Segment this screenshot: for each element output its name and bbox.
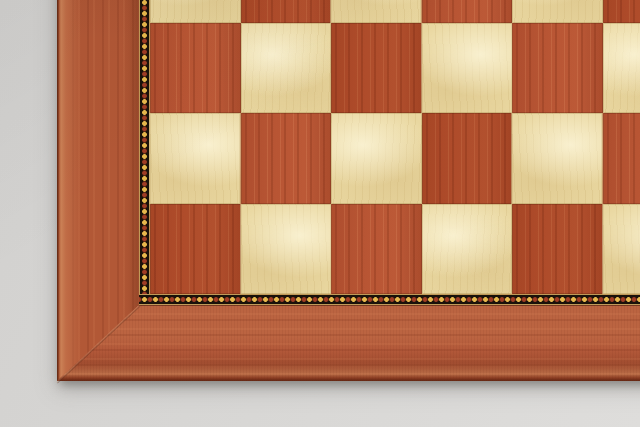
- board-square-light: [603, 23, 640, 114]
- board-square-dark: [150, 204, 241, 295]
- board-square-light: [603, 204, 640, 295]
- board-square-dark: [241, 113, 332, 204]
- board-square-dark: [241, 0, 332, 23]
- inlay-border-horizontal: [139, 294, 640, 305]
- board-square-dark: [150, 23, 241, 114]
- inlay-border-vertical: [139, 0, 150, 305]
- board-square-light: [241, 204, 332, 295]
- board-frame-bottom-rail: [57, 305, 640, 381]
- board-square-dark: [331, 204, 422, 295]
- board-square-light: [241, 23, 332, 114]
- board-square-dark: [422, 113, 513, 204]
- board-square-dark: [512, 204, 603, 295]
- board-square-light: [331, 0, 422, 23]
- board-square-dark: [331, 23, 422, 114]
- board-square-light: [150, 113, 241, 204]
- photo-scene: [0, 0, 640, 427]
- board-square-dark: [512, 23, 603, 114]
- board-square-light: [150, 0, 241, 23]
- board-square-dark: [603, 113, 640, 204]
- board-square-dark: [422, 0, 513, 23]
- chess-board: [57, 0, 640, 381]
- board-square-light: [422, 204, 513, 295]
- board-squares-grid: [150, 0, 640, 294]
- board-square-dark: [603, 0, 640, 23]
- board-square-light: [422, 23, 513, 114]
- board-square-light: [331, 113, 422, 204]
- board-square-light: [512, 0, 603, 23]
- board-square-light: [512, 113, 603, 204]
